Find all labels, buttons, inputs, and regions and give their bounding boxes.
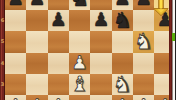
square-f2[interactable]: ♟ (112, 95, 133, 100)
piece-white-pawn-f2[interactable]: ♟ (114, 96, 131, 100)
square-b7[interactable]: ♟ (26, 0, 47, 10)
square-b2[interactable]: ♟ (26, 95, 47, 100)
piece-white-pawn-c2[interactable]: ♟ (50, 96, 67, 100)
square-b4[interactable] (26, 53, 47, 74)
square-c4[interactable] (48, 53, 69, 74)
rank-label-5: 5 (0, 39, 5, 44)
piece-black-knight-d7[interactable]: ♞ (70, 0, 90, 10)
square-g3[interactable] (133, 74, 154, 95)
square-e3[interactable] (90, 74, 111, 95)
piece-white-pawn-d4[interactable]: ♟ (71, 54, 88, 73)
square-c6[interactable]: ♟ (48, 10, 69, 31)
square-g5[interactable]: ♞ (133, 31, 154, 52)
square-e5[interactable] (90, 31, 111, 52)
square-b6[interactable] (26, 10, 47, 31)
square-c5[interactable] (48, 31, 69, 52)
piece-white-pawn-a2[interactable]: ♟ (7, 96, 24, 100)
square-g2[interactable]: ♟ (133, 95, 154, 100)
board: ♟♟♞♟♟♟♟♞♟♞♟♝♞♟♟♟♟♟♟ (5, 0, 175, 100)
piece-white-knight-f3[interactable]: ♞ (112, 73, 132, 95)
square-d7[interactable]: ♞ (69, 0, 90, 10)
square-g7[interactable]: ♟ (133, 0, 154, 10)
square-g4[interactable] (133, 53, 154, 74)
square-c3[interactable] (48, 74, 69, 95)
board-frame-left: 6543 (0, 0, 5, 100)
square-d5[interactable] (69, 31, 90, 52)
square-e4[interactable] (90, 53, 111, 74)
square-a5[interactable] (5, 31, 26, 52)
piece-black-pawn-c6[interactable]: ♟ (50, 11, 67, 30)
chess-app-screenshot: ♟♟♞♟♟♟♟♞♟♞♟♝♞♟♟♟♟♟♟ 6543 (0, 0, 175, 100)
square-d2[interactable] (69, 95, 90, 100)
piece-black-pawn-g7[interactable]: ♟ (135, 0, 152, 8)
scrollbar-eval-bar[interactable] (172, 0, 176, 100)
piece-black-knight-f6[interactable]: ♞ (112, 9, 132, 31)
rank-label-4: 4 (0, 61, 5, 66)
square-b5[interactable] (26, 31, 47, 52)
square-f6[interactable]: ♞ (112, 10, 133, 31)
piece-black-pawn-b7[interactable]: ♟ (29, 0, 46, 8)
square-d3[interactable]: ♝ (69, 74, 90, 95)
rank-label-3: 3 (0, 82, 5, 87)
piece-black-pawn-e6[interactable]: ♟ (93, 11, 110, 30)
square-a2[interactable]: ♟ (5, 95, 26, 100)
eval-bar-green-segment (172, 33, 175, 41)
piece-white-bishop-d3[interactable]: ♝ (70, 74, 89, 95)
square-a4[interactable] (5, 53, 26, 74)
square-a6[interactable] (5, 10, 26, 31)
piece-white-pawn-b2[interactable]: ♟ (29, 96, 46, 100)
piece-white-pawn-g2[interactable]: ♟ (135, 96, 152, 100)
square-f3[interactable]: ♞ (112, 74, 133, 95)
square-e6[interactable]: ♟ (90, 10, 111, 31)
square-d6[interactable] (69, 10, 90, 31)
square-c2[interactable]: ♟ (48, 95, 69, 100)
square-a3[interactable] (5, 74, 26, 95)
rank-label-6: 6 (0, 18, 5, 23)
square-f5[interactable] (112, 31, 133, 52)
piece-white-knight-g5[interactable]: ♞ (134, 31, 154, 53)
piece-black-pawn-a7[interactable]: ♟ (7, 0, 24, 8)
square-a7[interactable]: ♟ (5, 0, 26, 10)
square-b3[interactable] (26, 74, 47, 95)
square-e2[interactable] (90, 95, 111, 100)
